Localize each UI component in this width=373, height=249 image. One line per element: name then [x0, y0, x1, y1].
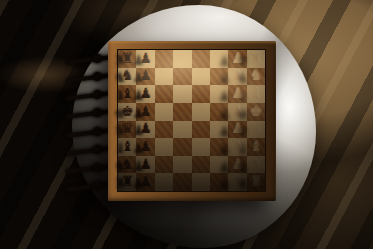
square: ♟ [136, 173, 154, 191]
black-king: ♚ [121, 104, 134, 118]
white-knight: ♞ [250, 68, 263, 82]
white-bishop: ♝ [250, 86, 263, 100]
black-rook: ♜ [121, 174, 134, 188]
square [155, 103, 173, 121]
piece-shadow [66, 164, 111, 173]
square: ♞ [247, 156, 265, 174]
square: ♟ [228, 121, 246, 139]
square: ♜ [118, 173, 136, 191]
square [155, 85, 173, 103]
black-queen: ♛ [121, 121, 134, 135]
square: ♝ [247, 138, 265, 156]
black-pawn: ♟ [139, 86, 152, 100]
piece-shadow [66, 55, 111, 64]
white-pawn: ♟ [231, 157, 244, 171]
square: ♜ [118, 50, 136, 68]
white-queen: ♛ [250, 121, 263, 135]
square [192, 138, 210, 156]
black-pawn: ♟ [139, 51, 152, 65]
black-piece-cast-shadows [66, 56, 114, 198]
black-pawn: ♟ [139, 174, 152, 188]
square: ♟ [228, 68, 246, 86]
board-playing-area: ♜♟♟♜♞♟♟♞♝♟♟♝♚♟♟♚♛♟♟♛♝♟♟♝♞♟♟♞♜♟♟♜ [117, 49, 266, 192]
piece-shadow [66, 91, 111, 100]
square [173, 138, 191, 156]
black-knight: ♞ [121, 68, 134, 82]
square: ♜ [247, 50, 265, 68]
square: ♝ [118, 85, 136, 103]
white-rook: ♜ [250, 174, 263, 188]
white-bishop: ♝ [250, 139, 263, 153]
square [173, 103, 191, 121]
square [210, 85, 228, 103]
square: ♞ [247, 68, 265, 86]
black-pawn: ♟ [139, 104, 152, 118]
square [155, 156, 173, 174]
piece-shadow [66, 182, 111, 191]
square: ♟ [228, 156, 246, 174]
square [192, 156, 210, 174]
piece-shadow [66, 146, 111, 155]
black-bishop: ♝ [121, 86, 134, 100]
square: ♟ [228, 173, 246, 191]
square: ♟ [136, 156, 154, 174]
black-pawn: ♟ [139, 121, 152, 135]
photo-scene: ♜♟♟♜♞♟♟♞♝♟♟♝♚♟♟♚♛♟♟♛♝♟♟♝♞♟♟♞♜♟♟♜ [0, 0, 373, 249]
square [210, 121, 228, 139]
square [173, 85, 191, 103]
square: ♟ [136, 50, 154, 68]
square [155, 50, 173, 68]
white-rook: ♜ [250, 51, 263, 65]
square [192, 68, 210, 86]
square: ♟ [228, 138, 246, 156]
square: ♟ [136, 138, 154, 156]
white-pawn: ♟ [231, 121, 244, 135]
square: ♞ [118, 68, 136, 86]
black-pawn: ♟ [139, 157, 152, 171]
square [192, 121, 210, 139]
black-bishop: ♝ [121, 139, 134, 153]
white-pawn: ♟ [231, 86, 244, 100]
white-pawn: ♟ [231, 174, 244, 188]
square: ♛ [118, 121, 136, 139]
chess-board: ♜♟♟♜♞♟♟♞♝♟♟♝♚♟♟♚♛♟♟♛♝♟♟♝♞♟♟♞♜♟♟♜ [108, 41, 276, 201]
square: ♚ [247, 103, 265, 121]
square: ♟ [136, 85, 154, 103]
square: ♟ [228, 85, 246, 103]
square: ♜ [247, 173, 265, 191]
square: ♟ [136, 68, 154, 86]
square [155, 173, 173, 191]
white-pawn: ♟ [231, 139, 244, 153]
square [173, 68, 191, 86]
square [155, 68, 173, 86]
square [210, 173, 228, 191]
square [210, 156, 228, 174]
piece-shadow [66, 109, 111, 118]
square [192, 50, 210, 68]
square [173, 156, 191, 174]
square [173, 50, 191, 68]
square: ♚ [118, 103, 136, 121]
square [210, 103, 228, 121]
black-pawn: ♟ [139, 68, 152, 82]
square [210, 50, 228, 68]
square [173, 173, 191, 191]
white-pawn: ♟ [231, 68, 244, 82]
square [173, 121, 191, 139]
board-grid: ♜♟♟♜♞♟♟♞♝♟♟♝♚♟♟♚♛♟♟♛♝♟♟♝♞♟♟♞♜♟♟♜ [118, 50, 265, 191]
white-pawn: ♟ [231, 104, 244, 118]
square [155, 121, 173, 139]
square: ♟ [136, 103, 154, 121]
square [192, 103, 210, 121]
square [210, 138, 228, 156]
piece-shadow [66, 128, 111, 137]
square [155, 138, 173, 156]
white-king: ♚ [250, 104, 263, 118]
square: ♛ [247, 121, 265, 139]
square: ♟ [228, 103, 246, 121]
black-pawn: ♟ [139, 139, 152, 153]
square [192, 85, 210, 103]
square [210, 68, 228, 86]
white-knight: ♞ [250, 157, 263, 171]
square [192, 173, 210, 191]
black-knight: ♞ [121, 157, 134, 171]
white-pawn: ♟ [231, 51, 244, 65]
square: ♞ [118, 156, 136, 174]
black-rook: ♜ [121, 51, 134, 65]
square: ♝ [247, 85, 265, 103]
square: ♝ [118, 138, 136, 156]
piece-shadow [66, 73, 111, 82]
square: ♟ [228, 50, 246, 68]
square: ♟ [136, 121, 154, 139]
